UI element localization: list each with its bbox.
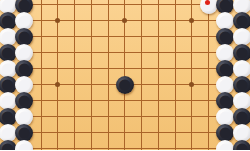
grid-line-horizontal — [0, 68, 250, 69]
white-stone: ● — [15, 12, 33, 30]
star-point — [122, 18, 127, 23]
star-point — [55, 18, 60, 23]
black-stone: ● — [216, 28, 234, 46]
black-stone-glyph: ● — [18, 125, 31, 140]
grid-line-vertical — [158, 0, 159, 150]
star-point — [189, 82, 194, 87]
white-stone-glyph: ● — [219, 45, 232, 60]
black-stone-glyph: ● — [219, 61, 232, 76]
white-stone: ● — [216, 108, 234, 126]
black-stone: ● — [15, 28, 33, 46]
black-stone-glyph: ● — [235, 109, 248, 124]
white-stone: ● — [15, 44, 33, 62]
white-stone: ● — [216, 76, 234, 94]
black-stone: ● — [15, 60, 33, 78]
white-stone: ● — [0, 92, 17, 110]
black-stone-glyph: ● — [235, 13, 248, 28]
grid-line-horizontal — [0, 132, 250, 133]
last-move-marker — [205, 0, 210, 5]
white-stone: ● — [0, 60, 17, 78]
grid-line-vertical — [141, 0, 142, 150]
black-stone-glyph: ● — [18, 29, 31, 44]
black-stone: ● — [216, 92, 234, 110]
white-stone: ● — [0, 124, 17, 142]
star-point — [55, 82, 60, 87]
gomoku-board[interactable]: ●●●●●●●●●●●●●●●●●●●●●●●●●●●●●●●●●●●●●●●●… — [0, 0, 250, 150]
white-stone: ● — [233, 28, 250, 46]
black-stone-glyph: ● — [219, 93, 232, 108]
black-stone-glyph: ● — [18, 93, 31, 108]
white-stone: ● — [216, 12, 234, 30]
white-stone: ● — [15, 76, 33, 94]
white-stone-glyph: ● — [235, 0, 248, 12]
black-stone: ● — [0, 44, 17, 62]
grid-line-horizontal — [0, 100, 250, 101]
black-stone: ● — [233, 12, 250, 30]
black-stone-glyph: ● — [1, 141, 14, 150]
white-stone-glyph: ● — [18, 13, 31, 28]
white-stone: ● — [15, 108, 33, 126]
white-stone: ● — [200, 0, 218, 14]
black-stone: ● — [233, 44, 250, 62]
black-stone: ● — [233, 108, 250, 126]
black-stone: ● — [0, 12, 17, 30]
grid-line-vertical — [41, 0, 42, 150]
white-stone-glyph: ● — [18, 109, 31, 124]
white-stone: ● — [233, 124, 250, 142]
black-stone: ● — [116, 76, 134, 94]
black-stone-glyph: ● — [1, 77, 14, 92]
black-stone-glyph: ● — [219, 0, 232, 12]
white-stone-glyph: ● — [219, 13, 232, 28]
black-stone-glyph: ● — [1, 45, 14, 60]
black-stone: ● — [0, 108, 17, 126]
grid-line-vertical — [208, 0, 209, 150]
black-stone-glyph: ● — [1, 109, 14, 124]
white-stone-glyph: ● — [235, 125, 248, 140]
white-stone-glyph: ● — [18, 141, 31, 150]
black-stone: ● — [0, 140, 17, 151]
black-stone: ● — [233, 76, 250, 94]
white-stone-glyph: ● — [18, 45, 31, 60]
white-stone: ● — [0, 28, 17, 46]
black-stone-glyph: ● — [18, 0, 31, 12]
black-stone-glyph: ● — [235, 141, 248, 150]
black-stone: ● — [216, 60, 234, 78]
grid-line-horizontal — [0, 52, 250, 53]
black-stone-glyph: ● — [1, 13, 14, 28]
black-stone: ● — [15, 124, 33, 142]
grid-line-vertical — [175, 0, 176, 150]
star-point — [189, 18, 194, 23]
grid-line-horizontal — [0, 116, 250, 117]
black-stone: ● — [233, 140, 250, 151]
white-stone-glyph: ● — [235, 61, 248, 76]
black-stone-glyph: ● — [235, 45, 248, 60]
black-stone-glyph: ● — [219, 29, 232, 44]
white-stone-glyph: ● — [1, 125, 14, 140]
white-stone-glyph: ● — [219, 109, 232, 124]
white-stone-glyph: ● — [219, 141, 232, 150]
black-stone: ● — [15, 92, 33, 110]
black-stone: ● — [216, 124, 234, 142]
white-stone: ● — [216, 44, 234, 62]
white-stone: ● — [233, 92, 250, 110]
white-stone-glyph: ● — [235, 93, 248, 108]
grid-line-vertical — [108, 0, 109, 150]
white-stone-glyph: ● — [1, 29, 14, 44]
black-stone-glyph: ● — [118, 77, 131, 92]
white-stone-glyph: ● — [18, 77, 31, 92]
grid-line-vertical — [74, 0, 75, 150]
white-stone: ● — [15, 140, 33, 151]
white-stone: ● — [233, 60, 250, 78]
black-stone-glyph: ● — [235, 77, 248, 92]
white-stone-glyph: ● — [1, 0, 14, 12]
grid-line-horizontal — [0, 36, 250, 37]
grid-line-horizontal — [0, 148, 250, 149]
white-stone-glyph: ● — [1, 61, 14, 76]
black-stone-glyph: ● — [219, 125, 232, 140]
black-stone: ● — [0, 76, 17, 94]
black-stone-glyph: ● — [18, 61, 31, 76]
grid-line-vertical — [91, 0, 92, 150]
white-stone: ● — [216, 140, 234, 151]
white-stone-glyph: ● — [1, 93, 14, 108]
white-stone-glyph: ● — [235, 29, 248, 44]
white-stone-glyph: ● — [219, 77, 232, 92]
